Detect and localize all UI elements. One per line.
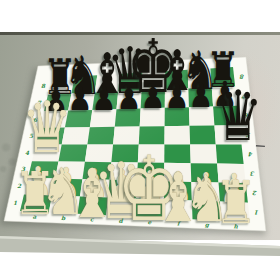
piece-black-pawn-e7[interactable]: ♟ [140, 79, 165, 114]
spare-black-queen[interactable]: ♛ [213, 81, 263, 150]
piece-black-pawn-g7[interactable]: ♟ [188, 78, 213, 113]
product-photo: abcdefgh1234567812345678 ♜♞♝♛♚♝♞♜♟♟♟♟♟♟♟… [0, 0, 280, 280]
piece-black-pawn-f7[interactable]: ♟ [164, 79, 189, 114]
piece-black-pawn-c7[interactable]: ♟ [92, 81, 117, 116]
pieces-layer: ♜♞♝♛♚♝♞♜♟♟♟♟♟♟♟♟♛♛♟♟♟♟♟♟♟♟♜♞♝♛♚♝♞♜ [0, 0, 280, 280]
piece-black-pawn-d7[interactable]: ♟ [116, 80, 141, 115]
spare-white-queen[interactable]: ♛ [22, 93, 73, 164]
piece-white-rook-h1[interactable]: ♜ [214, 173, 256, 232]
